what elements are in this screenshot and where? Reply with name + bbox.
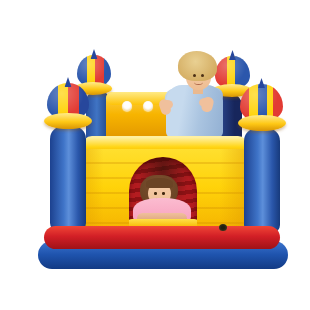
boy-smile (194, 79, 203, 85)
air-valve (219, 224, 227, 231)
girl-right-eye (162, 192, 165, 195)
boy-right-eye (201, 74, 204, 77)
base-red-tube (44, 226, 280, 249)
girl-left-eye (154, 192, 157, 195)
boy-left-hand (162, 100, 173, 109)
front-right-tower-column (244, 128, 280, 234)
girl-bangs (146, 178, 173, 188)
porthole-window-1 (122, 101, 132, 111)
product-photo (0, 0, 310, 310)
front-wall (82, 136, 248, 232)
front-left-tower-column (50, 126, 86, 232)
arched-doorway (129, 157, 197, 232)
boy-hair (178, 51, 217, 81)
boy-left-eye (193, 74, 196, 77)
boy-right-hand (199, 98, 211, 107)
front-right-tower-ring (238, 115, 286, 131)
front-left-tower-ring (44, 113, 92, 129)
porthole-window-2 (143, 101, 153, 111)
